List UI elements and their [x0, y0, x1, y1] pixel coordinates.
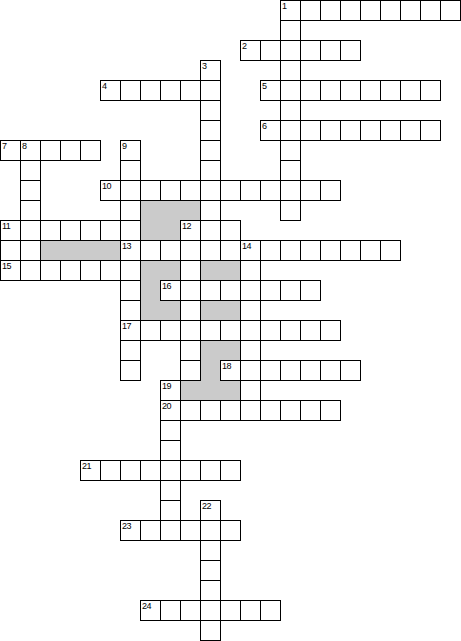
- cell-r10c6[interactable]: [120, 200, 141, 221]
- cell-r17c12[interactable]: [240, 340, 261, 361]
- cell-r4c21[interactable]: [420, 80, 441, 101]
- cell-r11c9[interactable]: [180, 220, 201, 241]
- cell-r1c14[interactable]: [280, 20, 301, 41]
- cell-r16c12[interactable]: [240, 320, 261, 341]
- cell-r11c5[interactable]: [100, 220, 121, 241]
- cell-r16c16[interactable]: [320, 320, 341, 341]
- shaded-block-r10c7: [140, 200, 161, 221]
- cell-r16c8[interactable]: [160, 320, 181, 341]
- shaded-block-r13c7: [140, 260, 161, 281]
- shaded-block-r12c5: [100, 240, 121, 261]
- shaded-block-r19c10: [200, 380, 221, 401]
- cell-r12c13[interactable]: [260, 240, 281, 261]
- cell-r16c15[interactable]: [300, 320, 321, 341]
- cell-r9c12[interactable]: [240, 180, 261, 201]
- cell-r6c17[interactable]: [340, 120, 361, 141]
- cell-r12c17[interactable]: [340, 240, 361, 261]
- shaded-block-r11c7: [140, 220, 161, 241]
- shaded-block-r15c11: [220, 300, 241, 321]
- cell-r23c9[interactable]: [180, 460, 201, 481]
- cell-r12c15[interactable]: [300, 240, 321, 261]
- cell-r18c9[interactable]: [180, 360, 201, 381]
- cell-r23c7[interactable]: [140, 460, 161, 481]
- cell-r25c8[interactable]: [160, 500, 181, 521]
- cell-r10c1[interactable]: [20, 200, 41, 221]
- cell-r23c4[interactable]: [80, 460, 101, 481]
- cell-r6c16[interactable]: [320, 120, 341, 141]
- cell-r13c3[interactable]: [60, 260, 81, 281]
- cell-r13c12[interactable]: [240, 260, 261, 281]
- shaded-block-r11c8: [160, 220, 181, 241]
- cell-r9c8[interactable]: [160, 180, 181, 201]
- cell-r18c13[interactable]: [260, 360, 281, 381]
- shaded-block-r12c4: [80, 240, 101, 261]
- cell-r6c13[interactable]: [260, 120, 281, 141]
- cell-r21c8[interactable]: [160, 420, 181, 441]
- cell-r0c22[interactable]: [440, 0, 461, 21]
- cell-r12c0[interactable]: [0, 240, 21, 261]
- cell-r10c14[interactable]: [280, 200, 301, 221]
- cell-r3c10[interactable]: [200, 60, 221, 81]
- cell-r22c8[interactable]: [160, 440, 181, 461]
- cell-r4c13[interactable]: [260, 80, 281, 101]
- cell-r30c13[interactable]: [260, 600, 281, 621]
- cell-r20c12[interactable]: [240, 400, 261, 421]
- cell-r7c3[interactable]: [60, 140, 81, 161]
- cell-r14c8[interactable]: [160, 280, 181, 301]
- cell-r26c6[interactable]: [120, 520, 141, 541]
- cell-r16c11[interactable]: [220, 320, 241, 341]
- cell-r4c17[interactable]: [340, 80, 361, 101]
- cell-r4c9[interactable]: [180, 80, 201, 101]
- cell-r6c10[interactable]: [200, 120, 221, 141]
- cell-r5c14[interactable]: [280, 100, 301, 121]
- shaded-block-r15c10: [200, 300, 221, 321]
- cell-r30c9[interactable]: [180, 600, 201, 621]
- cell-r8c14[interactable]: [280, 160, 301, 181]
- cell-r19c8[interactable]: [160, 380, 181, 401]
- shaded-block-r15c7: [140, 300, 161, 321]
- cell-r2c17[interactable]: [340, 40, 361, 61]
- cell-r15c9[interactable]: [180, 300, 201, 321]
- cell-r14c10[interactable]: [200, 280, 221, 301]
- cell-r7c14[interactable]: [280, 140, 301, 161]
- cell-r9c6[interactable]: [120, 180, 141, 201]
- cell-r11c4[interactable]: [80, 220, 101, 241]
- cell-r18c6[interactable]: [120, 360, 141, 381]
- cell-r17c9[interactable]: [180, 340, 201, 361]
- cell-r23c10[interactable]: [200, 460, 221, 481]
- cell-r20c16[interactable]: [320, 400, 341, 421]
- cell-r23c6[interactable]: [120, 460, 141, 481]
- shaded-block-r10c8: [160, 200, 181, 221]
- cell-r16c6[interactable]: [120, 320, 141, 341]
- cell-r20c10[interactable]: [200, 400, 221, 421]
- shaded-block-r15c8: [160, 300, 181, 321]
- cell-r14c11[interactable]: [220, 280, 241, 301]
- cell-r16c7[interactable]: [140, 320, 161, 341]
- cell-r23c11[interactable]: [220, 460, 241, 481]
- shaded-block-r19c9: [180, 380, 201, 401]
- cell-r4c5[interactable]: [100, 80, 121, 101]
- cell-r23c8[interactable]: [160, 460, 181, 481]
- cell-r6c20[interactable]: [400, 120, 421, 141]
- cell-r28c10[interactable]: [200, 560, 221, 581]
- cell-r30c7[interactable]: [140, 600, 161, 621]
- cell-r4c19[interactable]: [380, 80, 401, 101]
- cell-r12c8[interactable]: [160, 240, 181, 261]
- cell-r16c14[interactable]: [280, 320, 301, 341]
- cell-r9c16[interactable]: [320, 180, 341, 201]
- cell-r25c10[interactable]: [200, 500, 221, 521]
- cell-r13c4[interactable]: [80, 260, 101, 281]
- cell-r2c16[interactable]: [320, 40, 341, 61]
- cell-r26c9[interactable]: [180, 520, 201, 541]
- cell-r12c19[interactable]: [380, 240, 401, 261]
- cell-r4c15[interactable]: [300, 80, 321, 101]
- cell-r14c14[interactable]: [280, 280, 301, 301]
- cell-r18c16[interactable]: [320, 360, 341, 381]
- cell-r0c15[interactable]: [300, 0, 321, 21]
- cell-r9c14[interactable]: [280, 180, 301, 201]
- cell-r20c11[interactable]: [220, 400, 241, 421]
- cell-r30c11[interactable]: [220, 600, 241, 621]
- cell-r0c20[interactable]: [400, 0, 421, 21]
- cell-r18c12[interactable]: [240, 360, 261, 381]
- cell-r26c10[interactable]: [200, 520, 221, 541]
- cell-r8c10[interactable]: [200, 160, 221, 181]
- cell-r2c15[interactable]: [300, 40, 321, 61]
- cell-r7c10[interactable]: [200, 140, 221, 161]
- cell-r18c14[interactable]: [280, 360, 301, 381]
- cell-r18c11[interactable]: [220, 360, 241, 381]
- cell-r4c10[interactable]: [200, 80, 221, 101]
- cell-r4c18[interactable]: [360, 80, 381, 101]
- cell-r30c8[interactable]: [160, 600, 181, 621]
- cell-r0c19[interactable]: [380, 0, 401, 21]
- cell-r17c6[interactable]: [120, 340, 141, 361]
- cell-r6c19[interactable]: [380, 120, 401, 141]
- cell-r30c10[interactable]: [200, 600, 221, 621]
- cell-r13c9[interactable]: [180, 260, 201, 281]
- cell-r14c12[interactable]: [240, 280, 261, 301]
- cell-r11c11[interactable]: [220, 220, 241, 241]
- cell-r19c12[interactable]: [240, 380, 261, 401]
- shaded-block-r12c2: [40, 240, 61, 261]
- cell-r16c13[interactable]: [260, 320, 281, 341]
- cell-r20c8[interactable]: [160, 400, 181, 421]
- cell-r16c10[interactable]: [200, 320, 221, 341]
- shaded-block-r10c9: [180, 200, 201, 221]
- cell-r3c14[interactable]: [280, 60, 301, 81]
- crossword-grid: 123456789101112131415161718192021222324: [0, 0, 461, 641]
- cell-r9c13[interactable]: [260, 180, 281, 201]
- cell-r15c6[interactable]: [120, 300, 141, 321]
- cell-r11c1[interactable]: [20, 220, 41, 241]
- shaded-block-r13c10: [200, 260, 221, 281]
- cell-r5c10[interactable]: [200, 100, 221, 121]
- cell-r11c3[interactable]: [60, 220, 81, 241]
- cell-r12c11[interactable]: [220, 240, 241, 261]
- shaded-block-r17c11: [220, 340, 241, 361]
- cell-r7c2[interactable]: [40, 140, 61, 161]
- cell-r2c14[interactable]: [280, 40, 301, 61]
- cell-r27c10[interactable]: [200, 540, 221, 561]
- cell-r0c16[interactable]: [320, 0, 341, 21]
- cell-r6c18[interactable]: [360, 120, 381, 141]
- cell-r4c20[interactable]: [400, 80, 421, 101]
- cell-r31c10[interactable]: [200, 620, 221, 641]
- cell-r14c15[interactable]: [300, 280, 321, 301]
- cell-r26c8[interactable]: [160, 520, 181, 541]
- cell-r11c6[interactable]: [120, 220, 141, 241]
- cell-r12c1[interactable]: [20, 240, 41, 261]
- cell-r12c10[interactable]: [200, 240, 221, 261]
- cell-r16c9[interactable]: [180, 320, 201, 341]
- cell-r30c12[interactable]: [240, 600, 261, 621]
- cell-r14c9[interactable]: [180, 280, 201, 301]
- shaded-block-r13c11: [220, 260, 241, 281]
- cell-r0c14[interactable]: [280, 0, 301, 21]
- cell-r10c10[interactable]: [200, 200, 221, 221]
- cell-r12c9[interactable]: [180, 240, 201, 261]
- cell-r4c16[interactable]: [320, 80, 341, 101]
- cell-r7c1[interactable]: [20, 140, 41, 161]
- cell-r4c8[interactable]: [160, 80, 181, 101]
- cell-r11c0[interactable]: [0, 220, 21, 241]
- cell-r14c13[interactable]: [260, 280, 281, 301]
- cell-r12c6[interactable]: [120, 240, 141, 261]
- cell-r18c15[interactable]: [300, 360, 321, 381]
- cell-r12c7[interactable]: [140, 240, 161, 261]
- cell-r13c1[interactable]: [20, 260, 41, 281]
- shaded-block-r17c10: [200, 340, 221, 361]
- cell-r6c14[interactable]: [280, 120, 301, 141]
- cell-r13c2[interactable]: [40, 260, 61, 281]
- cell-r9c9[interactable]: [180, 180, 201, 201]
- cell-r0c21[interactable]: [420, 0, 441, 21]
- cell-r9c10[interactable]: [200, 180, 221, 201]
- cell-r24c8[interactable]: [160, 480, 181, 501]
- cell-r12c18[interactable]: [360, 240, 381, 261]
- cell-r23c5[interactable]: [100, 460, 121, 481]
- cell-r15c12[interactable]: [240, 300, 261, 321]
- shaded-block-r18c10: [200, 360, 221, 381]
- cell-r4c14[interactable]: [280, 80, 301, 101]
- cell-r2c12[interactable]: [240, 40, 261, 61]
- cell-r13c0[interactable]: [0, 260, 21, 281]
- cell-r4c6[interactable]: [120, 80, 141, 101]
- cell-r6c15[interactable]: [300, 120, 321, 141]
- cell-r9c11[interactable]: [220, 180, 241, 201]
- shaded-block-r13c8: [160, 260, 181, 281]
- cell-r9c15[interactable]: [300, 180, 321, 201]
- cell-r9c5[interactable]: [100, 180, 121, 201]
- shaded-block-r19c11: [220, 380, 241, 401]
- cell-r14c6[interactable]: [120, 280, 141, 301]
- cell-r12c12[interactable]: [240, 240, 261, 261]
- cell-r29c10[interactable]: [200, 580, 221, 601]
- cell-r7c4[interactable]: [80, 140, 101, 161]
- cell-r9c7[interactable]: [140, 180, 161, 201]
- cell-r9c1[interactable]: [20, 180, 41, 201]
- cell-r8c1[interactable]: [20, 160, 41, 181]
- cell-r6c21[interactable]: [420, 120, 441, 141]
- cell-r12c16[interactable]: [320, 240, 341, 261]
- cell-r20c14[interactable]: [280, 400, 301, 421]
- cell-r18c17[interactable]: [340, 360, 361, 381]
- cell-r20c13[interactable]: [260, 400, 281, 421]
- cell-r13c5[interactable]: [100, 260, 121, 281]
- cell-r12c14[interactable]: [280, 240, 301, 261]
- cell-r13c6[interactable]: [120, 260, 141, 281]
- cell-r7c6[interactable]: [120, 140, 141, 161]
- cell-r11c10[interactable]: [200, 220, 221, 241]
- cell-r11c2[interactable]: [40, 220, 61, 241]
- cell-r8c6[interactable]: [120, 160, 141, 181]
- shaded-block-r14c7: [140, 280, 161, 301]
- cell-r7c0[interactable]: [0, 140, 21, 161]
- cell-r0c17[interactable]: [340, 0, 361, 21]
- cell-r4c7[interactable]: [140, 80, 161, 101]
- cell-r0c18[interactable]: [360, 0, 381, 21]
- shaded-block-r12c3: [60, 240, 81, 261]
- cell-r2c13[interactable]: [260, 40, 281, 61]
- cell-r26c7[interactable]: [140, 520, 161, 541]
- cell-r20c9[interactable]: [180, 400, 201, 421]
- cell-r26c11[interactable]: [220, 520, 241, 541]
- cell-r20c15[interactable]: [300, 400, 321, 421]
